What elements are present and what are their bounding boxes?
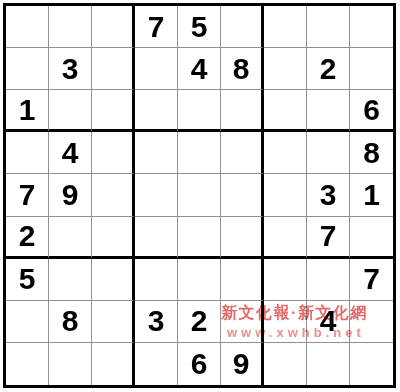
sudoku-cell-r1c3[interactable] <box>92 6 135 48</box>
sudoku-cell-r4c5[interactable] <box>178 132 221 174</box>
sudoku-cell-r1c4[interactable]: 7 <box>135 6 178 48</box>
sudoku-cell-r6c9[interactable] <box>350 217 393 259</box>
sudoku-cell-r8c3[interactable] <box>92 301 135 343</box>
sudoku-cell-r9c8[interactable] <box>307 343 350 385</box>
sudoku-cell-r2c4[interactable] <box>135 48 178 90</box>
sudoku-cell-r8c1[interactable] <box>6 301 49 343</box>
sudoku-cell-r4c9[interactable]: 8 <box>350 132 393 174</box>
sudoku-cell-r4c1[interactable] <box>6 132 49 174</box>
sudoku-cell-r1c1[interactable] <box>6 6 49 48</box>
sudoku-cell-r8c5[interactable]: 2 <box>178 301 221 343</box>
sudoku-cell-r5c6[interactable] <box>221 174 264 216</box>
sudoku-cell-r6c8[interactable]: 7 <box>307 217 350 259</box>
sudoku-cell-r3c5[interactable] <box>178 90 221 132</box>
sudoku-cell-r8c9[interactable] <box>350 301 393 343</box>
sudoku-cell-r3c6[interactable] <box>221 90 264 132</box>
sudoku-cell-r8c6[interactable] <box>221 301 264 343</box>
sudoku-cell-r7c5[interactable] <box>178 259 221 301</box>
sudoku-cell-r1c5[interactable]: 5 <box>178 6 221 48</box>
sudoku-cell-r5c8[interactable]: 3 <box>307 174 350 216</box>
sudoku-cell-r9c7[interactable] <box>264 343 307 385</box>
sudoku-cell-r9c2[interactable] <box>49 343 92 385</box>
sudoku-cell-r7c6[interactable] <box>221 259 264 301</box>
sudoku-cell-r7c8[interactable] <box>307 259 350 301</box>
sudoku-cell-r9c1[interactable] <box>6 343 49 385</box>
sudoku-cell-r8c8[interactable]: 4 <box>307 301 350 343</box>
sudoku-cell-r2c6[interactable]: 8 <box>221 48 264 90</box>
sudoku-cell-r1c7[interactable] <box>264 6 307 48</box>
sudoku-cell-r5c1[interactable]: 7 <box>6 174 49 216</box>
sudoku-cell-r1c8[interactable] <box>307 6 350 48</box>
sudoku-cell-r2c5[interactable]: 4 <box>178 48 221 90</box>
sudoku-cell-r1c2[interactable] <box>49 6 92 48</box>
sudoku-cell-r5c7[interactable] <box>264 174 307 216</box>
sudoku-cell-r3c1[interactable]: 1 <box>6 90 49 132</box>
sudoku-cell-r2c1[interactable] <box>6 48 49 90</box>
sudoku-cell-r9c5[interactable]: 6 <box>178 343 221 385</box>
sudoku-cell-r4c6[interactable] <box>221 132 264 174</box>
sudoku-cell-r8c7[interactable] <box>264 301 307 343</box>
sudoku-cell-r2c9[interactable] <box>350 48 393 90</box>
sudoku-cell-r2c2[interactable]: 3 <box>49 48 92 90</box>
sudoku-cell-r2c7[interactable] <box>264 48 307 90</box>
sudoku-cell-r1c9[interactable] <box>350 6 393 48</box>
sudoku-cell-r4c8[interactable] <box>307 132 350 174</box>
sudoku-cell-r5c2[interactable]: 9 <box>49 174 92 216</box>
sudoku-cell-r5c9[interactable]: 1 <box>350 174 393 216</box>
sudoku-cell-r5c4[interactable] <box>135 174 178 216</box>
sudoku-cell-r2c3[interactable] <box>92 48 135 90</box>
sudoku-cell-r3c8[interactable] <box>307 90 350 132</box>
sudoku-cell-r4c7[interactable] <box>264 132 307 174</box>
sudoku-cell-r7c3[interactable] <box>92 259 135 301</box>
sudoku-cell-r2c8[interactable]: 2 <box>307 48 350 90</box>
sudoku-cell-r4c2[interactable]: 4 <box>49 132 92 174</box>
sudoku-cell-r8c4[interactable]: 3 <box>135 301 178 343</box>
sudoku-cell-r6c1[interactable]: 2 <box>6 217 49 259</box>
sudoku-cell-r9c3[interactable] <box>92 343 135 385</box>
sudoku-cell-r3c3[interactable] <box>92 90 135 132</box>
sudoku-cell-r3c9[interactable]: 6 <box>350 90 393 132</box>
sudoku-cell-r6c3[interactable] <box>92 217 135 259</box>
sudoku-cell-r6c7[interactable] <box>264 217 307 259</box>
sudoku-cell-r9c6[interactable]: 9 <box>221 343 264 385</box>
sudoku-cell-r7c7[interactable] <box>264 259 307 301</box>
sudoku-cell-r5c3[interactable] <box>92 174 135 216</box>
sudoku-cell-r3c2[interactable] <box>49 90 92 132</box>
sudoku-cell-r9c4[interactable] <box>135 343 178 385</box>
sudoku-cell-r4c3[interactable] <box>92 132 135 174</box>
sudoku-cell-r3c4[interactable] <box>135 90 178 132</box>
sudoku-cell-r9c9[interactable] <box>350 343 393 385</box>
sudoku-board: 753482164879312757832469 <box>3 3 396 388</box>
sudoku-cell-r7c4[interactable] <box>135 259 178 301</box>
sudoku-puzzle-image: 753482164879312757832469 新文化報·新文化網 www.x… <box>0 0 400 392</box>
sudoku-cell-r1c6[interactable] <box>221 6 264 48</box>
sudoku-cell-r6c5[interactable] <box>178 217 221 259</box>
sudoku-cell-r7c9[interactable]: 7 <box>350 259 393 301</box>
sudoku-cell-r7c2[interactable] <box>49 259 92 301</box>
sudoku-cell-r5c5[interactable] <box>178 174 221 216</box>
sudoku-cell-r6c2[interactable] <box>49 217 92 259</box>
sudoku-cell-r8c2[interactable]: 8 <box>49 301 92 343</box>
sudoku-cell-r4c4[interactable] <box>135 132 178 174</box>
sudoku-cell-r3c7[interactable] <box>264 90 307 132</box>
sudoku-cell-r6c6[interactable] <box>221 217 264 259</box>
sudoku-cell-r6c4[interactable] <box>135 217 178 259</box>
sudoku-cell-r7c1[interactable]: 5 <box>6 259 49 301</box>
